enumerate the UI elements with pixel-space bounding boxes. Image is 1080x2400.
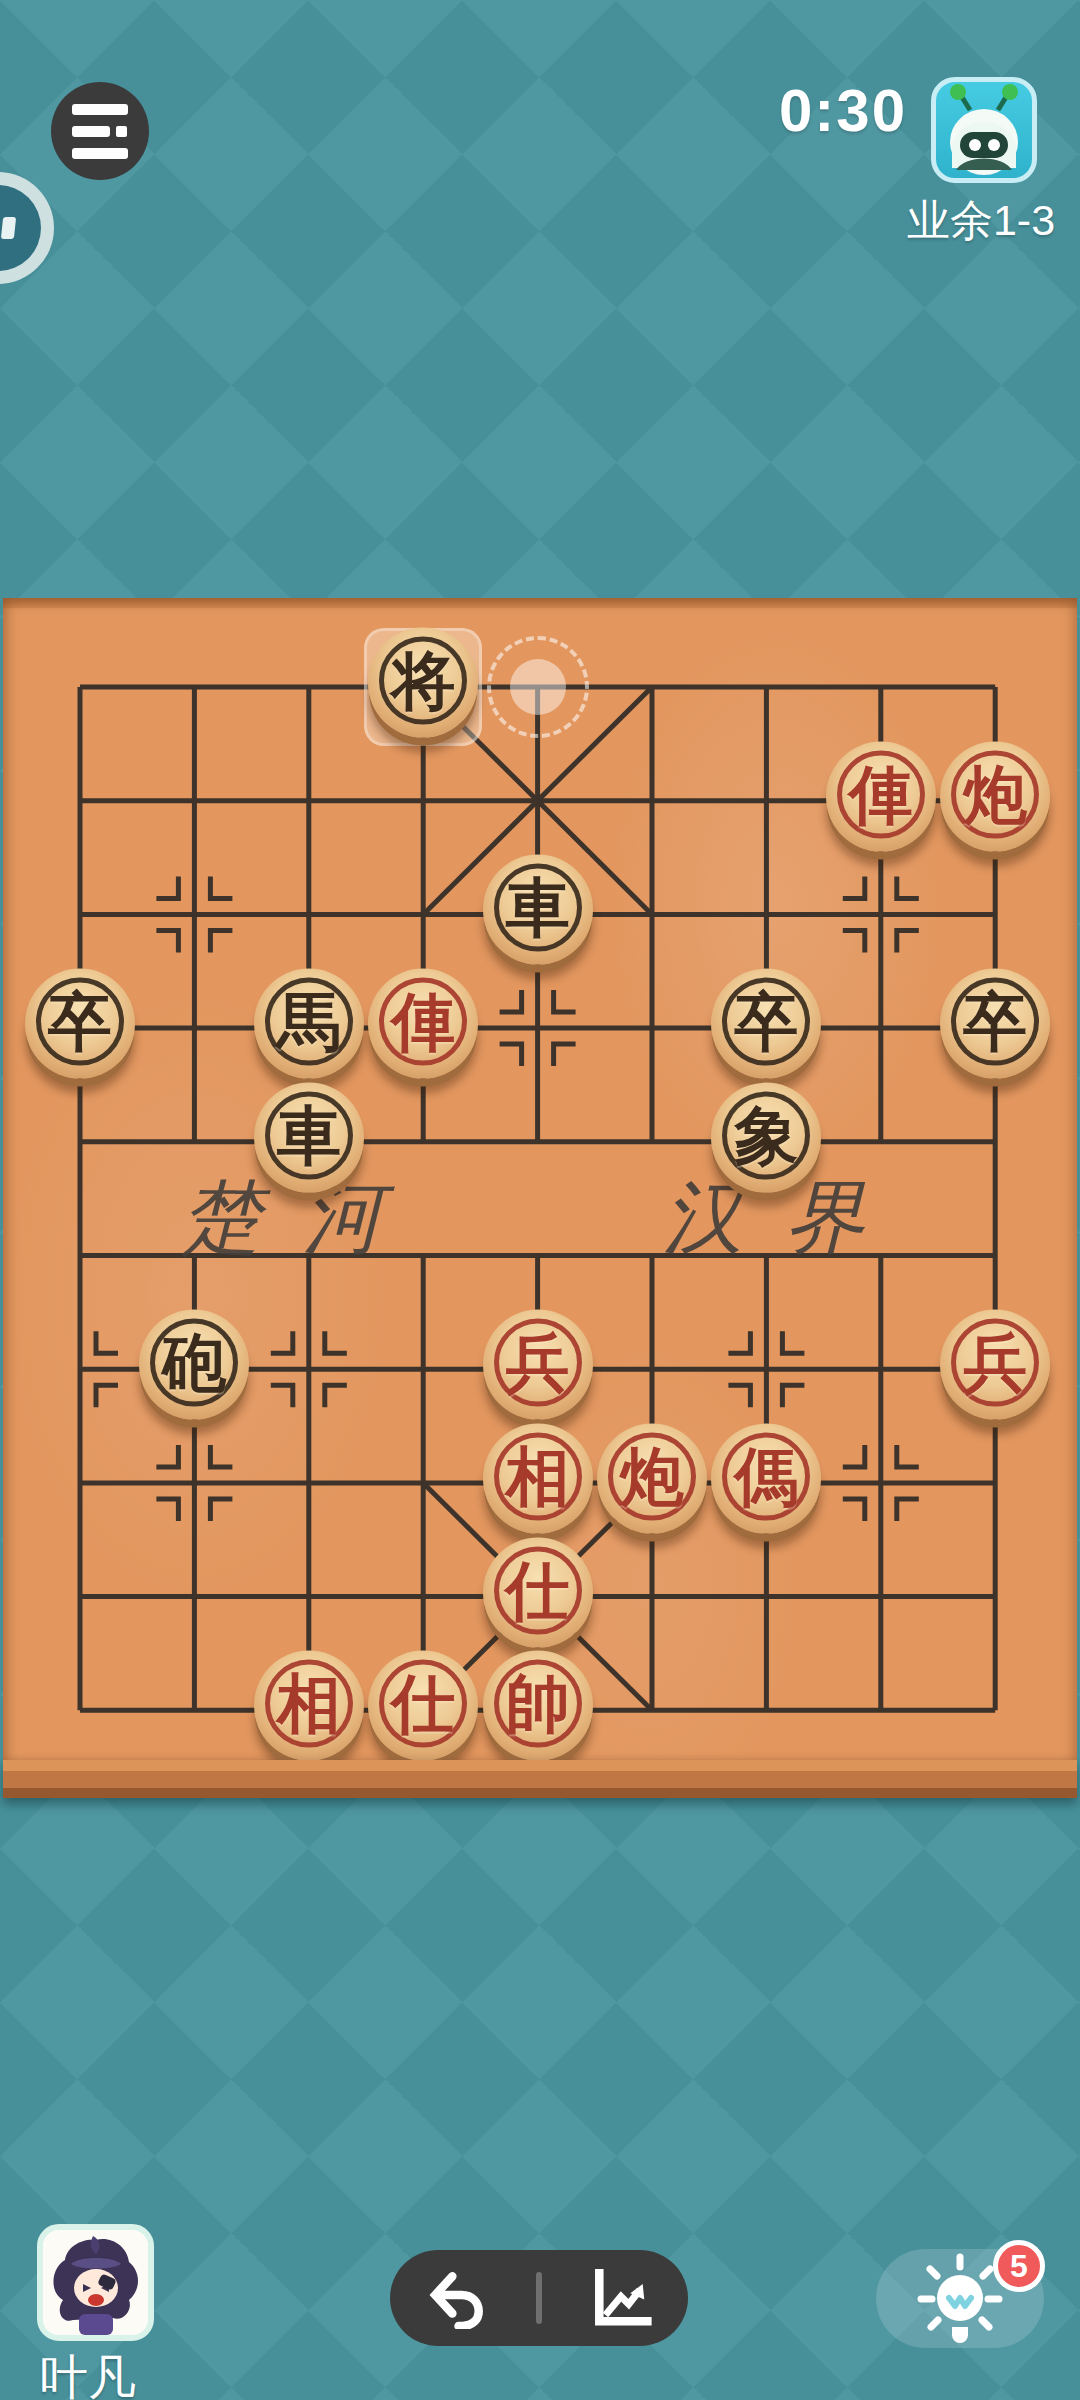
score-trend-icon (590, 2267, 652, 2329)
piece-glyph: 卒 (963, 990, 1027, 1054)
piece-glyph: 炮 (963, 762, 1027, 826)
piece-glyph: 帥 (506, 1672, 570, 1736)
piece-red-炮[interactable]: 炮 (940, 741, 1050, 851)
control-pill (390, 2250, 688, 2346)
piece-glyph: 馬 (277, 990, 341, 1054)
xiangqi-game-screen: { "game": "xiangqi", "header": { "menu_i… (0, 0, 1080, 2400)
piece-red-相[interactable]: 相 (254, 1651, 364, 1761)
player-name: 叶凡 (40, 2346, 136, 2400)
opponent-name: 业余1-3 (871, 192, 1080, 250)
menu-button[interactable] (51, 82, 149, 180)
piece-glyph: 兵 (506, 1331, 570, 1395)
piece-glyph: 俥 (849, 762, 913, 826)
board-bevel-edge (3, 1760, 1077, 1798)
piece-red-傌[interactable]: 傌 (711, 1423, 821, 1533)
piece-red-兵[interactable]: 兵 (483, 1310, 593, 1420)
piece-glyph: 卒 (734, 990, 798, 1054)
piece-glyph: 炮 (620, 1444, 684, 1508)
piece-glyph: 仕 (506, 1558, 570, 1622)
opponent-avatar[interactable] (931, 77, 1037, 183)
divider (536, 2272, 542, 2324)
piece-black-将[interactable]: 将 (368, 628, 478, 738)
piece-red-仕[interactable]: 仕 (483, 1537, 593, 1647)
xiangqi-board[interactable]: 楚河 汉界 将俥炮車卒馬俥卒卒車象砲兵兵相炮傌仕相仕帥 (3, 598, 1077, 1798)
piece-glyph: 俥 (391, 990, 455, 1054)
player-avatar[interactable] (37, 2224, 154, 2341)
piece-black-卒[interactable]: 卒 (711, 969, 821, 1079)
piece-black-卒[interactable]: 卒 (25, 969, 135, 1079)
piece-glyph: 卒 (48, 990, 112, 1054)
undo-arrow-icon (426, 2267, 488, 2329)
piece-black-砲[interactable]: 砲 (139, 1310, 249, 1420)
piece-black-象[interactable]: 象 (711, 1082, 821, 1192)
robot-icon (936, 82, 1032, 178)
board-surface: 楚河 汉界 将俥炮車卒馬俥卒卒車象砲兵兵相炮傌仕相仕帥 (3, 598, 1077, 1760)
hamburger-menu-icon (72, 104, 128, 115)
piece-glyph: 車 (277, 1103, 341, 1167)
piece-red-帥[interactable]: 帥 (483, 1651, 593, 1761)
piece-red-兵[interactable]: 兵 (940, 1310, 1050, 1420)
piece-glyph: 仕 (391, 1672, 455, 1736)
piece-glyph: 砲 (162, 1331, 226, 1395)
piece-glyph: 傌 (734, 1444, 798, 1508)
anime-character-icon (43, 2230, 148, 2335)
piece-glyph: 象 (734, 1103, 798, 1167)
undo-button[interactable] (402, 2250, 512, 2346)
hint-count-badge: 5 (993, 2240, 1045, 2292)
piece-red-炮[interactable]: 炮 (597, 1423, 707, 1533)
piece-red-仕[interactable]: 仕 (368, 1651, 478, 1761)
piece-black-卒[interactable]: 卒 (940, 969, 1050, 1079)
speech-bubble-icon (0, 185, 41, 271)
piece-glyph: 相 (506, 1444, 570, 1508)
piece-glyph: 兵 (963, 1331, 1027, 1395)
piece-glyph: 車 (506, 876, 570, 940)
piece-black-馬[interactable]: 馬 (254, 969, 364, 1079)
piece-black-車[interactable]: 車 (254, 1082, 364, 1192)
piece-red-相[interactable]: 相 (483, 1423, 593, 1533)
score-trend-button[interactable] (566, 2250, 676, 2346)
chat-bubble-button[interactable] (0, 172, 54, 284)
piece-glyph: 相 (277, 1672, 341, 1736)
piece-black-車[interactable]: 車 (483, 855, 593, 965)
piece-glyph: 将 (391, 649, 455, 713)
piece-red-俥[interactable]: 俥 (826, 741, 936, 851)
piece-red-俥[interactable]: 俥 (368, 969, 478, 1079)
move-origin-marker (487, 636, 589, 738)
opponent-timer: 0:30 (779, 76, 907, 145)
